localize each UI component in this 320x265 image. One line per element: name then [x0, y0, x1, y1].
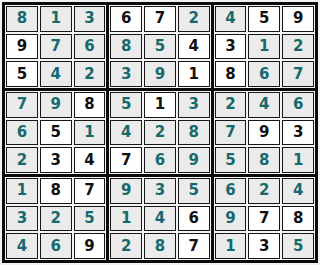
cell-r4c7[interactable]: 2 — [215, 92, 240, 118]
cell-r4c6[interactable]: 3 — [178, 92, 210, 118]
cell-r6c6[interactable]: 9 — [178, 147, 210, 173]
cell-r3c7[interactable]: 8 — [215, 61, 240, 87]
cell-r3c4[interactable]: 3 — [110, 61, 142, 87]
cell-r8c1[interactable]: 3 — [6, 206, 38, 232]
cell-r9c5[interactable]: 8 — [144, 233, 176, 259]
cell-r7c3[interactable]: 7 — [74, 178, 106, 204]
cell-r6c2[interactable]: 3 — [40, 147, 72, 173]
cell-r5c7[interactable]: 7 — [215, 120, 240, 146]
box-r3c1: 187325469 — [5, 177, 106, 260]
box-r2c3: 246793581 — [214, 91, 240, 174]
cell-r9c6[interactable]: 7 — [178, 233, 210, 259]
cell-r9c7[interactable]: 1 — [215, 233, 240, 259]
cell-r1c3[interactable]: 3 — [74, 6, 106, 32]
cell-r7c1[interactable]: 1 — [6, 178, 38, 204]
cell-r3c3[interactable]: 2 — [74, 61, 106, 87]
cell-r4c3[interactable]: 8 — [74, 92, 106, 118]
cell-r6c5[interactable]: 6 — [144, 147, 176, 173]
cell-r3c2[interactable]: 4 — [40, 61, 72, 87]
cell-r2c7[interactable]: 3 — [215, 34, 240, 60]
cell-r4c2[interactable]: 9 — [40, 92, 72, 118]
box-r1c1: 813976542 — [5, 5, 106, 88]
cell-r5c6[interactable]: 8 — [178, 120, 210, 146]
cell-r6c1[interactable]: 2 — [6, 147, 38, 173]
cell-r3c5[interactable]: 9 — [144, 61, 176, 87]
cell-r5c4[interactable]: 4 — [110, 120, 142, 146]
cell-r7c7[interactable]: 6 — [215, 178, 240, 204]
cell-r5c3[interactable]: 1 — [74, 120, 106, 146]
cell-r8c5[interactable]: 4 — [144, 206, 176, 232]
cell-r5c1[interactable]: 6 — [6, 120, 38, 146]
cell-r2c1[interactable]: 9 — [6, 34, 38, 60]
cell-r2c4[interactable]: 8 — [110, 34, 142, 60]
cell-r5c2[interactable]: 5 — [40, 120, 72, 146]
cell-r7c5[interactable]: 3 — [144, 178, 176, 204]
cell-r4c4[interactable]: 5 — [110, 92, 142, 118]
cell-r6c3[interactable]: 4 — [74, 147, 106, 173]
box-r1c3: 459312867 — [214, 5, 240, 88]
cell-r3c6[interactable]: 1 — [178, 61, 210, 87]
cell-r7c4[interactable]: 9 — [110, 178, 142, 204]
cell-r9c2[interactable]: 6 — [40, 233, 72, 259]
cell-r1c5[interactable]: 7 — [144, 6, 176, 32]
cell-r2c2[interactable]: 7 — [40, 34, 72, 60]
cell-r8c6[interactable]: 6 — [178, 206, 210, 232]
cell-r2c6[interactable]: 4 — [178, 34, 210, 60]
cell-r2c5[interactable]: 5 — [144, 34, 176, 60]
box-r2c1: 798651234 — [5, 91, 106, 174]
cell-r6c7[interactable]: 5 — [215, 147, 240, 173]
cell-r1c4[interactable]: 6 — [110, 6, 142, 32]
box-r1c2: 672854391 — [109, 5, 210, 88]
cell-r3c1[interactable]: 5 — [6, 61, 38, 87]
cell-r1c7[interactable]: 4 — [215, 6, 240, 32]
cell-r9c1[interactable]: 4 — [6, 233, 38, 259]
cell-r9c4[interactable]: 2 — [110, 233, 142, 259]
cell-r8c4[interactable]: 1 — [110, 206, 142, 232]
cell-r6c4[interactable]: 7 — [110, 147, 142, 173]
cell-r9c3[interactable]: 9 — [74, 233, 106, 259]
cell-r1c2[interactable]: 1 — [40, 6, 72, 32]
cell-r7c2[interactable]: 8 — [40, 178, 72, 204]
box-r2c2: 513428769 — [109, 91, 210, 174]
cell-r4c5[interactable]: 1 — [144, 92, 176, 118]
cell-r5c5[interactable]: 2 — [144, 120, 176, 146]
cell-r8c7[interactable]: 9 — [215, 206, 240, 232]
box-r3c3: 624978135 — [214, 177, 240, 260]
cell-r8c3[interactable]: 5 — [74, 206, 106, 232]
cell-r4c1[interactable]: 7 — [6, 92, 38, 118]
box-r3c2: 935146287 — [109, 177, 210, 260]
cell-r8c2[interactable]: 2 — [40, 206, 72, 232]
cell-r1c6[interactable]: 2 — [178, 6, 210, 32]
cell-r7c6[interactable]: 5 — [178, 178, 210, 204]
cell-r1c1[interactable]: 8 — [6, 6, 38, 32]
sudoku-board: 8139765426728543914593128677986512345134… — [2, 2, 240, 263]
cell-r2c3[interactable]: 6 — [74, 34, 106, 60]
